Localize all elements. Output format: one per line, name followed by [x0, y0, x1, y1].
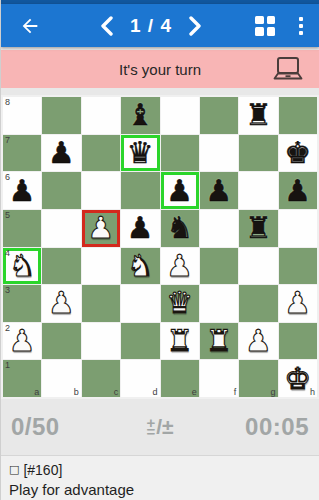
square-h6[interactable]: ♟ — [279, 172, 317, 209]
white-pawn-b3[interactable]: ♟ — [48, 288, 75, 318]
turn-banner: It's your turn — [1, 50, 319, 88]
black-king-h7[interactable]: ♚ — [284, 138, 311, 168]
square-f4[interactable] — [200, 248, 238, 285]
square-d3[interactable] — [121, 285, 159, 322]
black-pawn-h6[interactable]: ♟ — [284, 176, 311, 206]
puzzle-id-line: □ [#160] — [9, 460, 311, 480]
square-d6[interactable] — [121, 172, 159, 209]
square-b7[interactable]: ♟ — [42, 135, 80, 172]
score-counter: 0/50 — [11, 413, 60, 441]
file-label-e: e — [192, 387, 197, 397]
square-g2[interactable]: ♟ — [239, 323, 277, 360]
puzzle-goal: Play for advantage — [9, 480, 311, 499]
computer-play-button[interactable] — [271, 54, 305, 88]
square-b4[interactable] — [42, 248, 80, 285]
square-e8[interactable] — [161, 97, 199, 134]
file-label-b: b — [74, 387, 79, 397]
square-b8[interactable] — [42, 97, 80, 134]
back-button[interactable] — [13, 9, 47, 43]
black-bishop-d8[interactable]: ♝ — [127, 100, 154, 130]
square-f7[interactable] — [200, 135, 238, 172]
square-b1[interactable]: b — [42, 360, 80, 397]
square-a1[interactable]: 1a — [3, 360, 41, 397]
chevron-left-icon — [100, 16, 113, 36]
square-e6[interactable]: ♟ — [161, 172, 199, 209]
square-h4[interactable] — [279, 248, 317, 285]
evaluation-indicator: + = / ± — [146, 415, 173, 439]
square-b2[interactable] — [42, 323, 80, 360]
square-f8[interactable] — [200, 97, 238, 134]
white-knight-a4[interactable]: ♞ — [9, 251, 36, 281]
square-f1[interactable]: f — [200, 360, 238, 397]
rank-label-7: 7 — [5, 135, 10, 146]
kebab-dot — [299, 17, 303, 21]
chevron-right-icon — [189, 16, 202, 36]
black-knight-e5[interactable]: ♞ — [166, 213, 193, 243]
puzzle-id: [#160] — [23, 460, 62, 480]
rank-label-5: 5 — [5, 210, 10, 221]
top-app-bar: 1 / 4 — [1, 4, 319, 47]
square-f2[interactable]: ♜ — [200, 323, 238, 360]
black-pawn-f6[interactable]: ♟ — [206, 176, 233, 206]
square-c2[interactable] — [82, 323, 120, 360]
square-g4[interactable] — [239, 248, 277, 285]
square-b5[interactable] — [42, 210, 80, 247]
square-f3[interactable] — [200, 285, 238, 322]
white-pawn-g2[interactable]: ♟ — [245, 326, 272, 356]
square-g5[interactable]: ♜ — [239, 210, 277, 247]
square-f5[interactable] — [200, 210, 238, 247]
chess-board: 8♝♜7♟♛♚6♟♟♟♟5♟♟♞♜4♞♞♟3♟♛♟2♟♜♜♟1abcdefgh♚ — [1, 95, 319, 399]
square-c1[interactable]: c — [82, 360, 120, 397]
file-label-g: g — [271, 387, 276, 397]
square-e1[interactable]: e — [161, 360, 199, 397]
puzzle-list-button[interactable] — [255, 16, 275, 36]
square-d4[interactable]: ♞ — [121, 248, 159, 285]
square-d2[interactable] — [121, 323, 159, 360]
square-g3[interactable] — [239, 285, 277, 322]
square-b6[interactable] — [42, 172, 80, 209]
app-screen: 1 / 4 It's your turn 8♝♜7♟♛♚ — [1, 0, 319, 500]
square-d1[interactable]: d — [121, 360, 159, 397]
square-c8[interactable] — [82, 97, 120, 134]
page-indicator: 1 / 4 — [130, 15, 172, 37]
square-h1[interactable]: h♚ — [279, 360, 317, 397]
black-pawn-a6[interactable]: ♟ — [9, 176, 36, 206]
puzzle-navigator: 1 / 4 — [47, 13, 255, 39]
white-pawn-a2[interactable]: ♟ — [9, 326, 36, 356]
square-e7[interactable] — [161, 135, 199, 172]
file-label-f: f — [234, 387, 237, 397]
overflow-menu-button[interactable] — [295, 15, 307, 37]
grid-icon — [255, 16, 264, 25]
square-g1[interactable]: g — [239, 360, 277, 397]
black-rook-g8[interactable]: ♜ — [245, 100, 272, 130]
topbar-actions — [255, 15, 307, 37]
square-a8[interactable]: 8 — [3, 97, 41, 134]
black-queen-d7[interactable]: ♛ — [127, 138, 154, 168]
rank-label-3: 3 — [5, 285, 10, 296]
black-pawn-b7[interactable]: ♟ — [48, 138, 75, 168]
square-e5[interactable]: ♞ — [161, 210, 199, 247]
white-pawn-c5[interactable]: ♟ — [87, 213, 114, 243]
square-a2[interactable]: 2♟ — [3, 323, 41, 360]
rank-label-1: 1 — [5, 360, 10, 371]
clock: 00:05 — [245, 413, 309, 441]
square-a7[interactable]: 7 — [3, 135, 41, 172]
square-a4[interactable]: 4♞ — [3, 248, 41, 285]
previous-puzzle-button[interactable] — [95, 13, 117, 39]
square-g8[interactable]: ♜ — [239, 97, 277, 134]
square-h5[interactable] — [279, 210, 317, 247]
white-rook-f2[interactable]: ♜ — [206, 326, 233, 356]
eval-plus-over-equals: + = — [146, 418, 155, 436]
square-b3[interactable]: ♟ — [42, 285, 80, 322]
status-bar: 0/50 + = / ± 00:05 — [1, 399, 319, 455]
laptop-icon — [271, 54, 305, 84]
square-f6[interactable]: ♟ — [200, 172, 238, 209]
puzzle-info-panel: □ [#160] Play for advantage — [1, 456, 319, 500]
square-d8[interactable]: ♝ — [121, 97, 159, 134]
file-label-c: c — [114, 387, 119, 397]
square-e2[interactable]: ♜ — [161, 323, 199, 360]
square-a3[interactable]: 3 — [3, 285, 41, 322]
black-pawn-d5[interactable]: ♟ — [127, 213, 154, 243]
square-d5[interactable]: ♟ — [121, 210, 159, 247]
square-g7[interactable] — [239, 135, 277, 172]
white-king-h1[interactable]: ♚ — [284, 364, 311, 394]
black-rook-g5[interactable]: ♜ — [245, 213, 272, 243]
white-pawn-h3[interactable]: ♟ — [284, 288, 311, 318]
white-queen-e3[interactable]: ♛ — [166, 288, 193, 318]
rank-label-8: 8 — [5, 97, 10, 108]
square-h2[interactable] — [279, 323, 317, 360]
white-knight-d4[interactable]: ♞ — [127, 251, 154, 281]
square-g6[interactable] — [239, 172, 277, 209]
file-label-a: a — [34, 387, 39, 397]
next-puzzle-button[interactable] — [185, 13, 207, 39]
square-h3[interactable]: ♟ — [279, 285, 317, 322]
square-h7[interactable]: ♚ — [279, 135, 317, 172]
white-pawn-e4[interactable]: ♟ — [166, 251, 193, 281]
eval-plus-minus: ± — [162, 415, 174, 439]
square-e3[interactable]: ♛ — [161, 285, 199, 322]
square-c5[interactable]: ♟ — [82, 210, 120, 247]
square-c4[interactable] — [82, 248, 120, 285]
black-pawn-e6[interactable]: ♟ — [166, 176, 193, 206]
square-d7[interactable]: ♛ — [121, 135, 159, 172]
square-h8[interactable] — [279, 97, 317, 134]
square-c7[interactable] — [82, 135, 120, 172]
square-a5[interactable]: 5 — [3, 210, 41, 247]
file-label-d: d — [152, 387, 157, 397]
square-a6[interactable]: 6♟ — [3, 172, 41, 209]
square-c3[interactable] — [82, 285, 120, 322]
back-arrow-icon — [19, 15, 41, 37]
square-c6[interactable] — [82, 172, 120, 209]
white-to-move-icon: □ — [9, 460, 19, 480]
square-e4[interactable]: ♟ — [161, 248, 199, 285]
white-rook-e2[interactable]: ♜ — [166, 326, 193, 356]
